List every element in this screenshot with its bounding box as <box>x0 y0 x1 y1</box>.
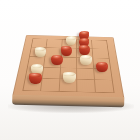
red-piece-rim <box>29 73 41 78</box>
red-piece-rim <box>61 46 71 50</box>
red-piece-rim <box>97 62 108 66</box>
white-piece-rim <box>81 55 92 59</box>
red-piece[interactable] <box>79 46 90 55</box>
white-piece[interactable] <box>35 48 46 57</box>
red-piece[interactable] <box>29 74 42 84</box>
red-piece-rim <box>80 31 89 35</box>
red-piece-rim <box>79 45 89 49</box>
pieces-layer <box>0 0 140 140</box>
white-piece[interactable] <box>66 37 76 45</box>
photo-background <box>0 0 140 140</box>
white-piece-rim <box>63 72 75 77</box>
red-piece[interactable] <box>96 63 108 72</box>
red-piece[interactable] <box>61 47 72 56</box>
red-piece[interactable] <box>51 56 63 65</box>
white-piece-rim <box>35 47 45 51</box>
red-piece-rim <box>80 38 89 42</box>
white-piece[interactable] <box>63 73 76 83</box>
white-piece[interactable] <box>80 56 92 65</box>
red-piece-rim <box>52 55 63 59</box>
white-piece-rim <box>67 36 76 40</box>
white-piece-rim <box>32 64 43 68</box>
